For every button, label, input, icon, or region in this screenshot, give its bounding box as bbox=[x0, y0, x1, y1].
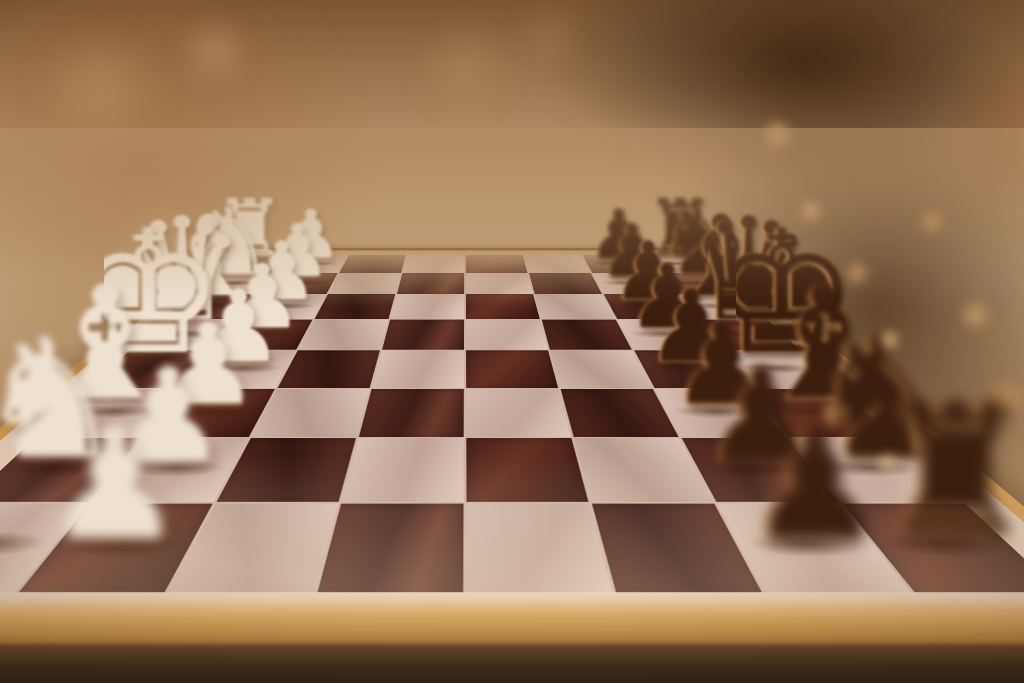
square-b4[interactable] bbox=[397, 273, 464, 294]
piece-white-rook[interactable]: ♜ bbox=[0, 208, 45, 558]
square-d6[interactable] bbox=[542, 320, 632, 350]
square-a2[interactable] bbox=[276, 255, 347, 272]
square-a3[interactable] bbox=[339, 255, 405, 272]
square-d5[interactable] bbox=[466, 320, 548, 350]
square-b5[interactable] bbox=[466, 273, 533, 294]
square-a6[interactable] bbox=[524, 255, 590, 272]
bokeh-highlight bbox=[420, 22, 510, 112]
table-foreground bbox=[0, 644, 1024, 683]
piece-black-rook[interactable]: ♜ bbox=[885, 208, 1024, 558]
square-b3[interactable] bbox=[328, 273, 401, 294]
square-b6[interactable] bbox=[529, 273, 602, 294]
square-c4[interactable] bbox=[390, 294, 464, 319]
square-d3[interactable] bbox=[298, 320, 388, 350]
chess-board: ♜♟♟♜♞♟♟♞♝♟♟♝♛♟♟♛♚♟♟♚♝♟♟♝♞♟♟♞♜♟♟♜ bbox=[0, 248, 1024, 644]
square-c3[interactable] bbox=[315, 294, 396, 319]
square-a4[interactable] bbox=[403, 255, 465, 272]
piece-white-pawn[interactable]: ♟ bbox=[45, 208, 185, 558]
square-d4[interactable] bbox=[382, 320, 464, 350]
piece-black-pawn[interactable]: ♟ bbox=[745, 208, 885, 558]
square-c6[interactable] bbox=[535, 294, 616, 319]
square-a5[interactable] bbox=[466, 255, 528, 272]
chess-photo-scene: ♜♟♟♜♞♟♟♞♝♟♟♝♛♟♟♛♚♟♟♚♝♟♟♝♞♟♟♞♜♟♟♜ bbox=[0, 0, 1024, 683]
square-c5[interactable] bbox=[466, 294, 540, 319]
